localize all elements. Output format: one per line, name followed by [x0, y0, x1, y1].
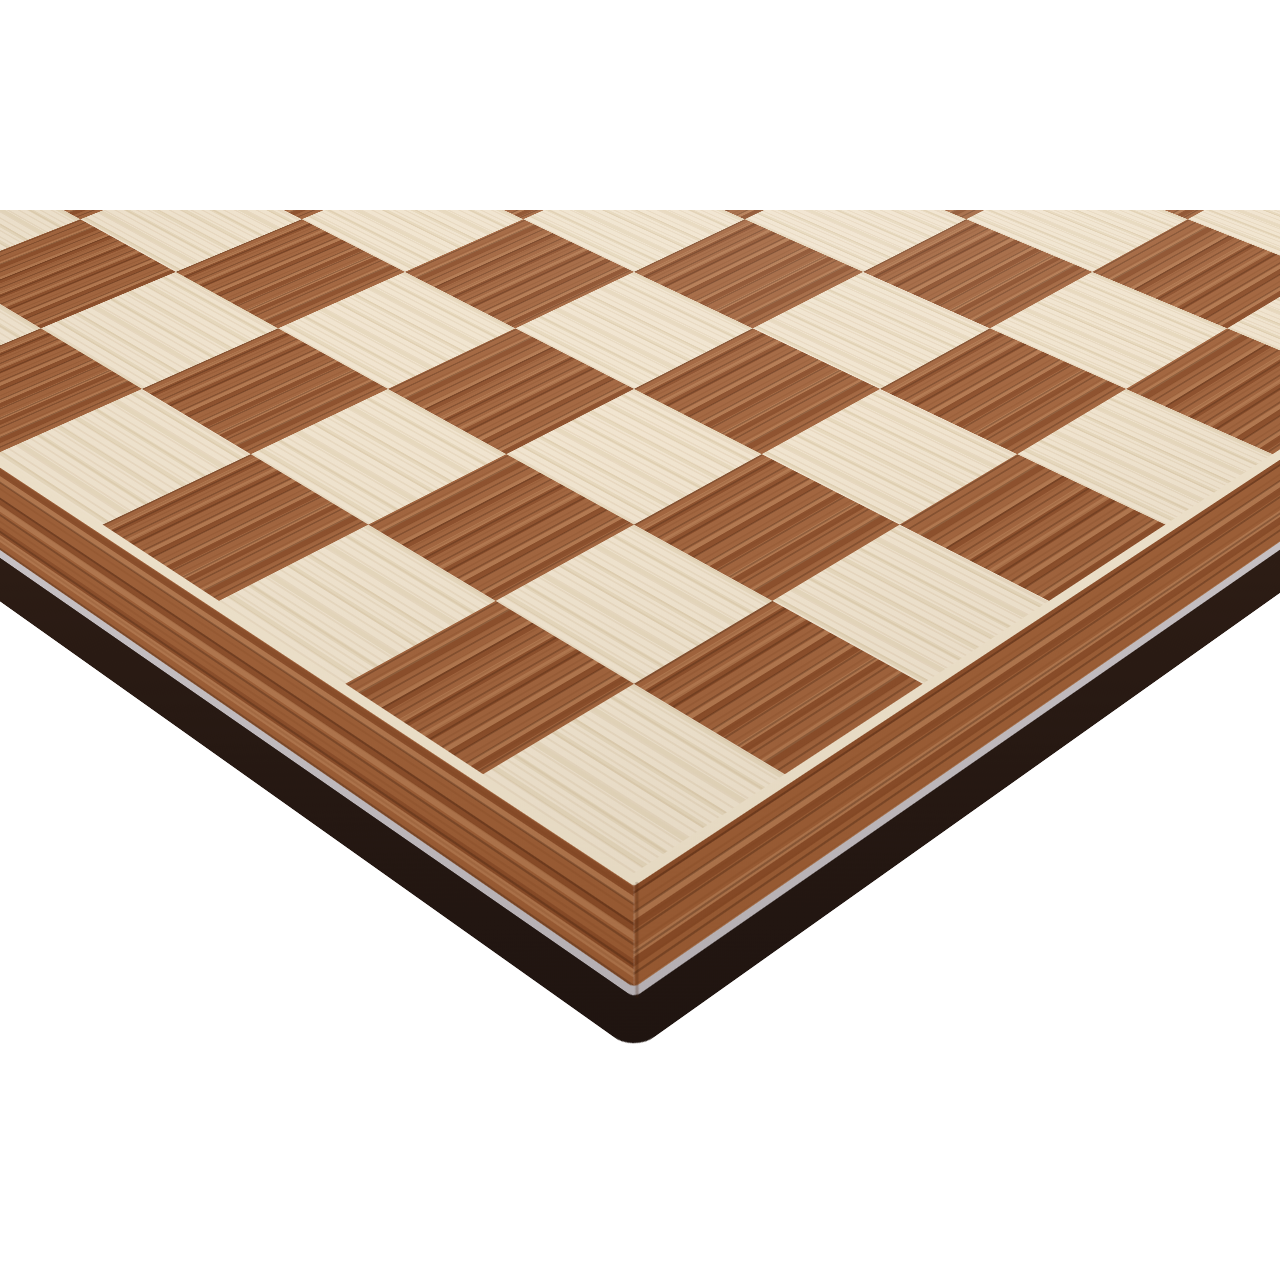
photo-band [0, 210, 1280, 1055]
playing-field [0, 210, 1280, 873]
page-background: { "game": "chess", "position": { "fen": … [0, 0, 1280, 1280]
chessboard [0, 210, 1280, 998]
frame-miter-seam [636, 882, 639, 997]
board-top [0, 210, 1280, 998]
